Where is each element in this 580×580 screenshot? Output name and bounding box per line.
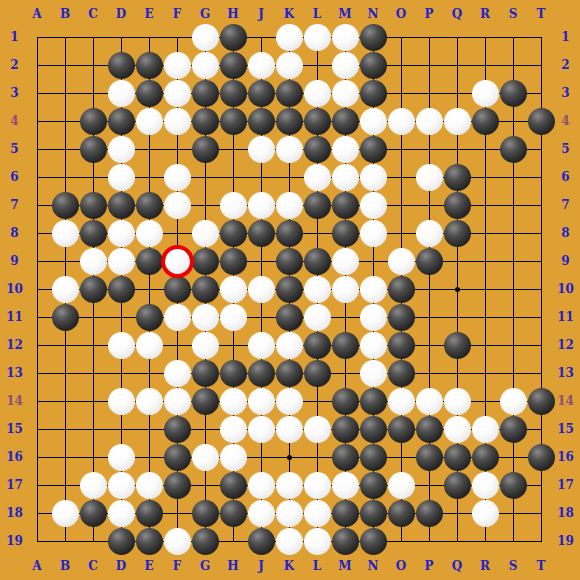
- white-stone: [80, 472, 107, 499]
- white-stone: [164, 80, 191, 107]
- white-stone: [164, 360, 191, 387]
- column-label: D: [111, 7, 131, 21]
- black-stone: [332, 416, 359, 443]
- black-stone: [192, 80, 219, 107]
- white-stone: [444, 416, 471, 443]
- white-stone: [304, 24, 331, 51]
- black-stone: [360, 500, 387, 527]
- black-stone: [388, 304, 415, 331]
- row-label: 9: [2, 254, 27, 268]
- grid-line-vertical: [513, 37, 514, 542]
- row-label: 8: [553, 226, 578, 240]
- white-stone: [248, 192, 275, 219]
- row-label: 2: [2, 58, 27, 72]
- goban-background: AABBCCDDEEFFGGHHJJKKLLMMNNOOPPQQRRSSTT11…: [0, 0, 580, 580]
- column-label: F: [167, 7, 187, 21]
- white-stone: [360, 108, 387, 135]
- white-stone: [136, 108, 163, 135]
- white-stone: [108, 136, 135, 163]
- row-label: 16: [2, 450, 27, 464]
- white-stone: [276, 472, 303, 499]
- black-stone: [80, 276, 107, 303]
- black-stone: [192, 360, 219, 387]
- black-stone: [304, 248, 331, 275]
- white-stone: [304, 472, 331, 499]
- column-label: P: [419, 559, 439, 573]
- row-label: 4: [2, 114, 27, 128]
- white-stone: [276, 528, 303, 555]
- black-stone: [304, 136, 331, 163]
- black-stone: [276, 248, 303, 275]
- black-stone: [444, 220, 471, 247]
- black-stone: [108, 528, 135, 555]
- white-stone: [52, 276, 79, 303]
- white-stone: [360, 164, 387, 191]
- column-label: B: [55, 559, 75, 573]
- white-stone: [108, 388, 135, 415]
- black-stone: [332, 388, 359, 415]
- column-label: T: [531, 559, 551, 573]
- black-stone: [472, 108, 499, 135]
- white-stone: [108, 500, 135, 527]
- black-stone: [304, 332, 331, 359]
- black-stone: [304, 192, 331, 219]
- white-stone: [304, 528, 331, 555]
- white-stone: [136, 220, 163, 247]
- white-stone: [360, 360, 387, 387]
- row-label: 8: [2, 226, 27, 240]
- white-stone: [276, 500, 303, 527]
- white-stone: [388, 248, 415, 275]
- black-stone: [164, 472, 191, 499]
- row-label: 18: [553, 506, 578, 520]
- white-stone: [248, 276, 275, 303]
- white-stone: [276, 332, 303, 359]
- white-stone: [360, 220, 387, 247]
- row-label: 3: [553, 86, 578, 100]
- black-stone: [192, 108, 219, 135]
- column-label: O: [391, 7, 411, 21]
- column-label: G: [195, 7, 215, 21]
- black-stone: [332, 528, 359, 555]
- black-stone: [192, 248, 219, 275]
- black-stone: [444, 332, 471, 359]
- column-label: A: [27, 7, 47, 21]
- white-stone: [360, 192, 387, 219]
- black-stone: [388, 500, 415, 527]
- black-stone: [332, 332, 359, 359]
- row-label: 9: [553, 254, 578, 268]
- white-stone: [108, 80, 135, 107]
- column-label: R: [475, 559, 495, 573]
- column-label: K: [279, 559, 299, 573]
- black-stone: [108, 52, 135, 79]
- row-label: 15: [553, 422, 578, 436]
- white-stone: [360, 332, 387, 359]
- black-stone: [360, 24, 387, 51]
- row-label: 2: [553, 58, 578, 72]
- row-label: 15: [2, 422, 27, 436]
- white-stone: [360, 304, 387, 331]
- white-stone: [52, 220, 79, 247]
- column-label: Q: [447, 7, 467, 21]
- black-stone: [528, 108, 555, 135]
- black-stone: [108, 108, 135, 135]
- black-stone: [360, 136, 387, 163]
- white-stone: [332, 24, 359, 51]
- row-label: 1: [553, 30, 578, 44]
- black-stone: [528, 388, 555, 415]
- white-stone: [80, 248, 107, 275]
- row-label: 12: [553, 338, 578, 352]
- black-stone: [360, 52, 387, 79]
- black-stone: [220, 500, 247, 527]
- white-stone: [276, 388, 303, 415]
- black-stone: [500, 472, 527, 499]
- black-stone: [192, 500, 219, 527]
- white-stone: [248, 332, 275, 359]
- black-stone: [164, 416, 191, 443]
- black-stone: [416, 416, 443, 443]
- black-stone: [192, 388, 219, 415]
- column-label: D: [111, 559, 131, 573]
- column-label: A: [27, 559, 47, 573]
- black-stone: [332, 108, 359, 135]
- black-stone: [248, 528, 275, 555]
- black-stone: [248, 80, 275, 107]
- white-stone: [108, 164, 135, 191]
- white-stone: [444, 108, 471, 135]
- white-stone: [472, 416, 499, 443]
- row-label: 13: [2, 366, 27, 380]
- black-stone: [360, 472, 387, 499]
- black-stone: [360, 388, 387, 415]
- black-stone: [136, 52, 163, 79]
- black-stone: [136, 528, 163, 555]
- black-stone: [444, 472, 471, 499]
- row-label: 17: [2, 478, 27, 492]
- row-label: 3: [2, 86, 27, 100]
- black-stone: [108, 276, 135, 303]
- white-stone: [220, 388, 247, 415]
- white-stone: [192, 304, 219, 331]
- white-stone: [164, 52, 191, 79]
- black-stone: [220, 248, 247, 275]
- black-stone: [136, 192, 163, 219]
- black-stone: [500, 80, 527, 107]
- column-label: J: [251, 559, 271, 573]
- black-stone: [248, 220, 275, 247]
- row-label: 14: [553, 394, 578, 408]
- row-label: 11: [553, 310, 578, 324]
- white-stone: [136, 388, 163, 415]
- black-stone: [416, 248, 443, 275]
- white-stone: [108, 332, 135, 359]
- white-stone: [472, 500, 499, 527]
- white-stone: [248, 416, 275, 443]
- row-label: 7: [553, 198, 578, 212]
- white-stone: [248, 136, 275, 163]
- white-stone: [276, 24, 303, 51]
- black-stone: [220, 360, 247, 387]
- row-label: 17: [553, 478, 578, 492]
- white-stone: [276, 192, 303, 219]
- white-stone: [304, 80, 331, 107]
- black-stone: [136, 248, 163, 275]
- column-label: N: [363, 7, 383, 21]
- black-stone: [80, 136, 107, 163]
- black-stone: [360, 444, 387, 471]
- black-stone: [444, 192, 471, 219]
- black-stone: [164, 444, 191, 471]
- white-stone: [192, 332, 219, 359]
- column-label: M: [335, 7, 355, 21]
- white-stone: [220, 444, 247, 471]
- black-stone: [528, 444, 555, 471]
- white-stone: [472, 472, 499, 499]
- column-label: H: [223, 7, 243, 21]
- white-stone: [136, 472, 163, 499]
- black-stone: [276, 220, 303, 247]
- column-label: L: [307, 7, 327, 21]
- black-stone: [108, 192, 135, 219]
- black-stone: [276, 304, 303, 331]
- column-label: B: [55, 7, 75, 21]
- white-stone: [388, 472, 415, 499]
- black-stone: [388, 276, 415, 303]
- black-stone: [304, 360, 331, 387]
- white-stone: [332, 472, 359, 499]
- black-stone: [332, 500, 359, 527]
- white-stone: [220, 276, 247, 303]
- white-stone: [388, 108, 415, 135]
- white-stone: [192, 220, 219, 247]
- white-stone: [416, 108, 443, 135]
- white-stone: [416, 164, 443, 191]
- black-stone: [276, 276, 303, 303]
- row-label: 11: [2, 310, 27, 324]
- black-stone: [388, 360, 415, 387]
- white-stone: [444, 388, 471, 415]
- white-stone: [416, 388, 443, 415]
- black-stone: [80, 500, 107, 527]
- row-label: 1: [2, 30, 27, 44]
- row-label: 5: [553, 142, 578, 156]
- white-stone: [220, 416, 247, 443]
- black-stone: [80, 108, 107, 135]
- black-stone: [220, 220, 247, 247]
- black-stone: [388, 332, 415, 359]
- black-stone: [248, 108, 275, 135]
- column-label: E: [139, 7, 159, 21]
- white-stone: [164, 108, 191, 135]
- black-stone: [332, 192, 359, 219]
- white-stone: [108, 472, 135, 499]
- last-move-marker: [161, 245, 194, 278]
- row-label: 6: [553, 170, 578, 184]
- star-point: [287, 455, 292, 460]
- white-stone: [332, 164, 359, 191]
- column-label: J: [251, 7, 271, 21]
- row-label: 19: [553, 534, 578, 548]
- white-stone: [332, 52, 359, 79]
- black-stone: [388, 416, 415, 443]
- black-stone: [416, 444, 443, 471]
- white-stone: [220, 304, 247, 331]
- black-stone: [304, 108, 331, 135]
- white-stone: [248, 500, 275, 527]
- column-label: T: [531, 7, 551, 21]
- white-stone: [164, 304, 191, 331]
- row-label: 12: [2, 338, 27, 352]
- row-label: 14: [2, 394, 27, 408]
- column-label: H: [223, 559, 243, 573]
- white-stone: [220, 192, 247, 219]
- column-label: C: [83, 559, 103, 573]
- black-stone: [276, 108, 303, 135]
- white-stone: [248, 388, 275, 415]
- column-label: Q: [447, 559, 467, 573]
- black-stone: [472, 444, 499, 471]
- black-stone: [164, 276, 191, 303]
- white-stone: [164, 192, 191, 219]
- column-label: P: [419, 7, 439, 21]
- white-stone: [192, 24, 219, 51]
- black-stone: [220, 24, 247, 51]
- black-stone: [332, 444, 359, 471]
- white-stone: [164, 528, 191, 555]
- column-label: O: [391, 559, 411, 573]
- white-stone: [108, 444, 135, 471]
- black-stone: [192, 276, 219, 303]
- white-stone: [332, 136, 359, 163]
- black-stone: [360, 80, 387, 107]
- black-stone: [500, 416, 527, 443]
- black-stone: [276, 360, 303, 387]
- white-stone: [248, 472, 275, 499]
- column-label: L: [307, 559, 327, 573]
- white-stone: [332, 80, 359, 107]
- white-stone: [164, 388, 191, 415]
- star-point: [455, 287, 460, 292]
- white-stone: [164, 164, 191, 191]
- white-stone: [304, 164, 331, 191]
- black-stone: [220, 108, 247, 135]
- row-label: 10: [553, 282, 578, 296]
- white-stone: [304, 304, 331, 331]
- black-stone: [416, 500, 443, 527]
- white-stone: [388, 388, 415, 415]
- white-stone: [416, 220, 443, 247]
- column-label: G: [195, 559, 215, 573]
- black-stone: [136, 304, 163, 331]
- white-stone: [192, 52, 219, 79]
- white-stone: [472, 80, 499, 107]
- white-stone: [332, 276, 359, 303]
- white-stone: [276, 52, 303, 79]
- black-stone: [136, 80, 163, 107]
- row-label: 4: [553, 114, 578, 128]
- white-stone: [108, 220, 135, 247]
- row-label: 5: [2, 142, 27, 156]
- black-stone: [444, 164, 471, 191]
- column-label: F: [167, 559, 187, 573]
- black-stone: [80, 192, 107, 219]
- white-stone: [332, 248, 359, 275]
- black-stone: [80, 220, 107, 247]
- white-stone: [360, 276, 387, 303]
- column-label: S: [503, 559, 523, 573]
- black-stone: [192, 528, 219, 555]
- black-stone: [52, 304, 79, 331]
- row-label: 7: [2, 198, 27, 212]
- white-stone: [276, 136, 303, 163]
- black-stone: [220, 472, 247, 499]
- white-stone: [304, 276, 331, 303]
- black-stone: [192, 136, 219, 163]
- column-label: K: [279, 7, 299, 21]
- column-label: M: [335, 559, 355, 573]
- column-label: R: [475, 7, 495, 21]
- row-label: 16: [553, 450, 578, 464]
- row-label: 13: [553, 366, 578, 380]
- white-stone: [136, 332, 163, 359]
- black-stone: [360, 528, 387, 555]
- black-stone: [248, 360, 275, 387]
- row-label: 10: [2, 282, 27, 296]
- white-stone: [304, 416, 331, 443]
- black-stone: [220, 52, 247, 79]
- white-stone: [108, 248, 135, 275]
- column-label: N: [363, 559, 383, 573]
- white-stone: [500, 388, 527, 415]
- black-stone: [276, 80, 303, 107]
- black-stone: [52, 192, 79, 219]
- column-label: C: [83, 7, 103, 21]
- white-stone: [276, 416, 303, 443]
- row-label: 6: [2, 170, 27, 184]
- black-stone: [444, 444, 471, 471]
- black-stone: [136, 500, 163, 527]
- white-stone: [248, 52, 275, 79]
- column-label: S: [503, 7, 523, 21]
- black-stone: [500, 136, 527, 163]
- row-label: 19: [2, 534, 27, 548]
- black-stone: [360, 416, 387, 443]
- row-label: 18: [2, 506, 27, 520]
- white-stone: [192, 444, 219, 471]
- column-label: E: [139, 559, 159, 573]
- white-stone: [304, 500, 331, 527]
- black-stone: [220, 80, 247, 107]
- black-stone: [332, 220, 359, 247]
- white-stone: [52, 500, 79, 527]
